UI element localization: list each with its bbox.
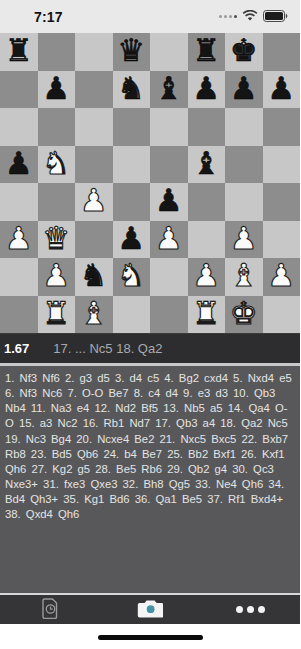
square-f3[interactable] [188,221,226,259]
square-a4[interactable] [0,183,38,221]
square-e2[interactable] [150,258,188,296]
square-b1[interactable]: ♜ [38,296,76,334]
black-king: ♚ [230,35,258,66]
white-bishop: ♝ [80,298,108,329]
square-h5[interactable] [263,146,301,184]
square-g3[interactable]: ♟ [225,221,263,259]
square-e5[interactable] [150,146,188,184]
status-bar: 7:17 [0,0,300,33]
square-f2[interactable]: ♟ [188,258,226,296]
white-knight: ♞ [117,260,145,291]
battery-icon [263,8,288,26]
game-record-button[interactable] [20,595,80,624]
eval-best-line: 17. ... Nc5 18. Qa2 [53,341,162,356]
square-c2[interactable]: ♞ [75,258,113,296]
square-a1[interactable] [0,296,38,334]
square-c7[interactable] [75,71,113,109]
square-c4[interactable]: ♟ [75,183,113,221]
cellular-signal-icon [219,15,237,18]
square-h1[interactable] [263,296,301,334]
black-pawn: ♟ [230,73,258,104]
square-h6[interactable] [263,108,301,146]
black-bishop: ♝ [155,73,183,104]
ellipsis-icon [236,606,265,613]
white-rook: ♜ [192,298,220,329]
square-e1[interactable] [150,296,188,334]
square-c1[interactable]: ♝ [75,296,113,334]
white-pawn: ♟ [5,223,33,254]
white-pawn: ♟ [230,223,258,254]
square-f4[interactable] [188,183,226,221]
chess-board: ♜♛♜♚♟♞♝♟♟♟♟♞♝♟♟♟♛♟♟♟♟♞♞♟♝♟♜♝♜♚ [0,33,300,333]
eval-score: 1.67 [4,341,29,356]
document-clock-icon [42,598,59,622]
home-area [0,624,300,649]
move-list-text: 1. Nf3 Nf6 2. g3 d5 3. d4 c5 4. Bg2 cxd4… [5,371,295,522]
black-pawn: ♟ [5,148,33,179]
bottom-toolbar [0,593,300,624]
square-d1[interactable] [113,296,151,334]
square-d5[interactable] [113,146,151,184]
square-e3[interactable]: ♟ [150,221,188,259]
square-b5[interactable]: ♞ [38,146,76,184]
white-pawn: ♟ [42,260,70,291]
black-rook: ♜ [192,35,220,66]
white-knight: ♞ [42,148,70,179]
square-f7[interactable]: ♟ [188,71,226,109]
black-knight: ♞ [80,260,108,291]
camera-button[interactable] [120,595,180,624]
square-b8[interactable] [38,33,76,71]
white-queen: ♛ [42,223,70,254]
square-d2[interactable]: ♞ [113,258,151,296]
home-indicator[interactable] [98,635,203,640]
white-pawn: ♟ [192,260,220,291]
square-c8[interactable] [75,33,113,71]
square-a2[interactable] [0,258,38,296]
status-icons [219,8,288,26]
square-h3[interactable] [263,221,301,259]
square-f1[interactable]: ♜ [188,296,226,334]
black-pawn: ♟ [42,73,70,104]
square-g5[interactable] [225,146,263,184]
square-a3[interactable]: ♟ [0,221,38,259]
black-pawn: ♟ [267,73,295,104]
square-h4[interactable] [263,183,301,221]
status-time: 7:17 [34,9,63,25]
square-a5[interactable]: ♟ [0,146,38,184]
white-rook: ♜ [42,298,70,329]
square-h7[interactable]: ♟ [263,71,301,109]
black-pawn: ♟ [192,73,220,104]
move-list-panel[interactable]: 1. Nf3 Nf6 2. g3 d5 3. d4 c5 4. Bg2 cxd4… [0,366,300,593]
white-pawn: ♟ [155,223,183,254]
black-rook: ♜ [5,35,33,66]
square-d6[interactable] [113,108,151,146]
square-a8[interactable]: ♜ [0,33,38,71]
app-screen: 7:17 ♜♛♜♚♟♞♝♟♟♟♟♞♝♟♟♟♛♟♟♟♟♞♞ [0,0,300,649]
square-g2[interactable]: ♝ [225,258,263,296]
camera-icon [137,599,163,621]
square-b7[interactable]: ♟ [38,71,76,109]
square-g7[interactable]: ♟ [225,71,263,109]
square-b3[interactable]: ♛ [38,221,76,259]
square-e8[interactable] [150,33,188,71]
square-d7[interactable]: ♞ [113,71,151,109]
white-bishop: ♝ [230,260,258,291]
white-king: ♚ [230,298,258,329]
square-b6[interactable] [38,108,76,146]
square-c3[interactable] [75,221,113,259]
black-queen: ♛ [117,35,145,66]
square-d8[interactable]: ♛ [113,33,151,71]
black-pawn: ♟ [117,223,145,254]
black-bishop: ♝ [192,148,220,179]
black-knight: ♞ [117,73,145,104]
square-g4[interactable] [225,183,263,221]
square-c5[interactable] [75,146,113,184]
black-pawn: ♟ [155,185,183,216]
wifi-icon [242,8,258,26]
engine-eval-bar[interactable]: 1.67 17. ... Nc5 18. Qa2 [0,333,300,363]
square-a7[interactable] [0,71,38,109]
square-g8[interactable]: ♚ [225,33,263,71]
square-d4[interactable] [113,183,151,221]
square-b4[interactable] [38,183,76,221]
white-pawn: ♟ [80,185,108,216]
square-h2[interactable]: ♟ [263,258,301,296]
square-g1[interactable]: ♚ [225,296,263,334]
square-a6[interactable] [0,108,38,146]
square-g6[interactable] [225,108,263,146]
square-f8[interactable]: ♜ [188,33,226,71]
square-h8[interactable] [263,33,301,71]
square-f5[interactable]: ♝ [188,146,226,184]
square-e4[interactable]: ♟ [150,183,188,221]
square-c6[interactable] [75,108,113,146]
square-b2[interactable]: ♟ [38,258,76,296]
more-button[interactable] [220,595,280,624]
square-d3[interactable]: ♟ [113,221,151,259]
square-e6[interactable] [150,108,188,146]
white-pawn: ♟ [267,260,295,291]
square-f6[interactable] [188,108,226,146]
square-e7[interactable]: ♝ [150,71,188,109]
